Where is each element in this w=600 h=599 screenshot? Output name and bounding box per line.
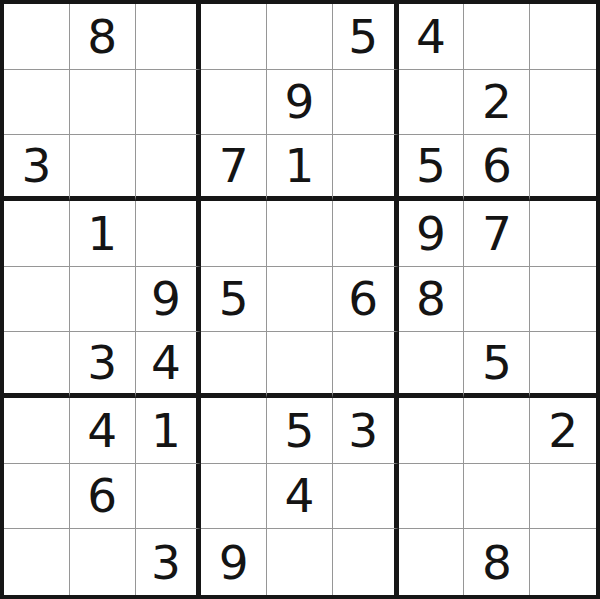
cell-r4c7[interactable]: 9 — [399, 201, 465, 267]
cell-r8c4[interactable] — [201, 464, 267, 530]
cell-r1c7[interactable]: 4 — [399, 4, 465, 70]
cell-r5c7[interactable]: 8 — [399, 267, 465, 333]
cell-r6c4[interactable] — [201, 332, 267, 398]
cell-r9c5[interactable] — [267, 529, 333, 595]
cell-r3c6[interactable] — [333, 135, 399, 201]
cell-r3c7[interactable]: 5 — [399, 135, 465, 201]
cell-r8c3[interactable] — [136, 464, 202, 530]
cell-r2c8[interactable]: 2 — [464, 70, 530, 136]
cell-r4c6[interactable] — [333, 201, 399, 267]
cell-r7c5[interactable]: 5 — [267, 398, 333, 464]
cell-r6c8[interactable]: 5 — [464, 332, 530, 398]
cell-r3c1[interactable]: 3 — [4, 135, 70, 201]
cell-r2c2[interactable] — [70, 70, 136, 136]
cell-r5c5[interactable] — [267, 267, 333, 333]
cell-r8c5[interactable]: 4 — [267, 464, 333, 530]
cell-r1c4[interactable] — [201, 4, 267, 70]
cell-r6c2[interactable]: 3 — [70, 332, 136, 398]
cell-r6c6[interactable] — [333, 332, 399, 398]
cell-r5c9[interactable] — [530, 267, 596, 333]
cell-r6c9[interactable] — [530, 332, 596, 398]
cell-r3c8[interactable]: 6 — [464, 135, 530, 201]
cell-r5c2[interactable] — [70, 267, 136, 333]
cell-r2c5[interactable]: 9 — [267, 70, 333, 136]
cell-r3c4[interactable]: 7 — [201, 135, 267, 201]
cell-r9c7[interactable] — [399, 529, 465, 595]
cell-r3c9[interactable] — [530, 135, 596, 201]
cell-r4c8[interactable]: 7 — [464, 201, 530, 267]
cell-r3c3[interactable] — [136, 135, 202, 201]
cell-r7c3[interactable]: 1 — [136, 398, 202, 464]
cell-r1c6[interactable]: 5 — [333, 4, 399, 70]
cell-r7c6[interactable]: 3 — [333, 398, 399, 464]
cell-r4c4[interactable] — [201, 201, 267, 267]
cell-r2c3[interactable] — [136, 70, 202, 136]
cell-r6c7[interactable] — [399, 332, 465, 398]
cell-r9c3[interactable]: 3 — [136, 529, 202, 595]
cell-r6c3[interactable]: 4 — [136, 332, 202, 398]
sudoku-board: 854923715619795683454153264398 — [0, 0, 600, 599]
cell-r4c1[interactable] — [4, 201, 70, 267]
cell-r9c6[interactable] — [333, 529, 399, 595]
cell-r9c8[interactable]: 8 — [464, 529, 530, 595]
cell-r9c1[interactable] — [4, 529, 70, 595]
cell-r6c5[interactable] — [267, 332, 333, 398]
cell-r7c9[interactable]: 2 — [530, 398, 596, 464]
cell-r9c2[interactable] — [70, 529, 136, 595]
cell-r4c5[interactable] — [267, 201, 333, 267]
cell-r3c2[interactable] — [70, 135, 136, 201]
cell-r1c8[interactable] — [464, 4, 530, 70]
cell-r1c1[interactable] — [4, 4, 70, 70]
cell-r7c1[interactable] — [4, 398, 70, 464]
cell-r5c8[interactable] — [464, 267, 530, 333]
cell-r7c7[interactable] — [399, 398, 465, 464]
cell-r1c9[interactable] — [530, 4, 596, 70]
cell-r4c2[interactable]: 1 — [70, 201, 136, 267]
cell-r2c7[interactable] — [399, 70, 465, 136]
cell-r5c3[interactable]: 9 — [136, 267, 202, 333]
cell-r3c5[interactable]: 1 — [267, 135, 333, 201]
cell-r2c6[interactable] — [333, 70, 399, 136]
cell-r5c6[interactable]: 6 — [333, 267, 399, 333]
cell-r5c1[interactable] — [4, 267, 70, 333]
cell-r1c3[interactable] — [136, 4, 202, 70]
cell-r8c1[interactable] — [4, 464, 70, 530]
cell-r2c4[interactable] — [201, 70, 267, 136]
cell-r4c3[interactable] — [136, 201, 202, 267]
cell-r2c9[interactable] — [530, 70, 596, 136]
cell-r7c2[interactable]: 4 — [70, 398, 136, 464]
cell-r8c2[interactable]: 6 — [70, 464, 136, 530]
cell-r1c5[interactable] — [267, 4, 333, 70]
cell-r8c6[interactable] — [333, 464, 399, 530]
cell-r9c9[interactable] — [530, 529, 596, 595]
cell-r8c9[interactable] — [530, 464, 596, 530]
cell-r2c1[interactable] — [4, 70, 70, 136]
cell-r1c2[interactable]: 8 — [70, 4, 136, 70]
cell-r7c4[interactable] — [201, 398, 267, 464]
cell-r9c4[interactable]: 9 — [201, 529, 267, 595]
cell-r7c8[interactable] — [464, 398, 530, 464]
cell-r8c7[interactable] — [399, 464, 465, 530]
cell-r4c9[interactable] — [530, 201, 596, 267]
cell-r8c8[interactable] — [464, 464, 530, 530]
cell-r5c4[interactable]: 5 — [201, 267, 267, 333]
cell-r6c1[interactable] — [4, 332, 70, 398]
